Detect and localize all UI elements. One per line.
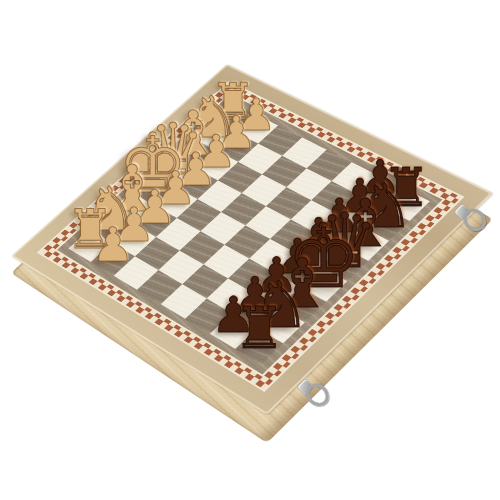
- chess-set-photo: ♜♞♝♚♛♝♞♜♟♟♟♟♟♟♟♟♟♟♟♟♟♟♟♟♜♞♝♚♛♝♞♜: [0, 0, 500, 500]
- chess-piece-black-rook[interactable]: ♜: [233, 300, 285, 358]
- chess-piece-white-pawn[interactable]: ♟: [92, 221, 134, 268]
